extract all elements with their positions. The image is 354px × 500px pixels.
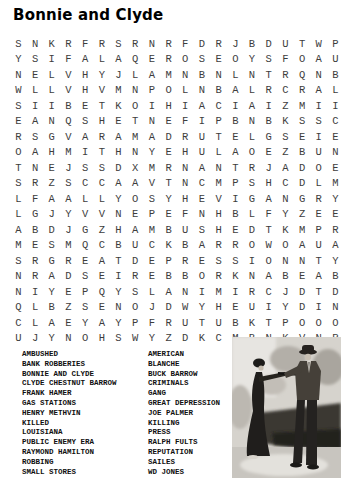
grid-cell[interactable]: E — [327, 207, 344, 223]
grid-cell[interactable]: Y — [43, 331, 60, 347]
grid-cell[interactable]: E — [227, 222, 244, 238]
grid-cell[interactable]: F — [177, 114, 194, 130]
grid-cell[interactable]: H — [210, 222, 227, 238]
grid-cell[interactable]: N — [10, 67, 27, 83]
grid-cell[interactable]: G — [77, 222, 94, 238]
grid-cell[interactable]: D — [110, 160, 127, 176]
grid-cell[interactable]: R — [160, 52, 177, 68]
grid-cell[interactable]: A — [160, 284, 177, 300]
grid-cell[interactable]: S — [244, 176, 261, 192]
grid-cell[interactable]: B — [110, 238, 127, 254]
grid-cell[interactable]: S — [110, 36, 127, 52]
grid-cell[interactable]: U — [177, 222, 194, 238]
grid-cell[interactable]: S — [10, 36, 27, 52]
grid-cell[interactable]: N — [10, 269, 27, 285]
grid-cell[interactable]: A — [194, 238, 211, 254]
grid-cell[interactable]: E — [227, 129, 244, 145]
grid-cell[interactable]: J — [43, 207, 60, 223]
grid-cell[interactable]: O — [127, 191, 144, 207]
grid-cell[interactable]: O — [177, 52, 194, 68]
grid-cell[interactable]: C — [277, 176, 294, 192]
grid-cell[interactable]: M — [160, 67, 177, 83]
grid-cell[interactable]: A — [227, 145, 244, 161]
grid-cell[interactable]: T — [10, 160, 27, 176]
grid-cell[interactable]: M — [60, 145, 77, 161]
grid-cell[interactable]: A — [227, 83, 244, 99]
grid-cell[interactable]: R — [210, 36, 227, 52]
grid-cell[interactable]: M — [144, 160, 161, 176]
grid-cell[interactable]: D — [327, 284, 344, 300]
grid-cell[interactable]: S — [260, 52, 277, 68]
grid-cell[interactable]: E — [60, 315, 77, 331]
grid-cell[interactable]: P — [144, 83, 161, 99]
grid-cell[interactable]: B — [194, 67, 211, 83]
grid-cell[interactable]: A — [277, 160, 294, 176]
grid-cell[interactable]: R — [160, 160, 177, 176]
grid-cell[interactable]: N — [327, 300, 344, 316]
grid-cell[interactable]: J — [227, 36, 244, 52]
grid-cell[interactable]: N — [244, 114, 261, 130]
grid-cell[interactable]: R — [244, 284, 261, 300]
grid-cell[interactable]: N — [177, 176, 194, 192]
grid-cell[interactable]: S — [27, 52, 44, 68]
grid-cell[interactable]: G — [43, 129, 60, 145]
grid-cell[interactable]: Q — [127, 52, 144, 68]
grid-cell[interactable]: F — [60, 52, 77, 68]
grid-cell[interactable]: R — [10, 129, 27, 145]
grid-cell[interactable]: R — [177, 253, 194, 269]
grid-cell[interactable]: O — [244, 238, 261, 254]
grid-cell[interactable]: R — [160, 315, 177, 331]
grid-cell[interactable]: C — [144, 238, 161, 254]
grid-cell[interactable]: Y — [77, 315, 94, 331]
grid-cell[interactable]: R — [327, 222, 344, 238]
grid-cell[interactable]: K — [277, 222, 294, 238]
grid-cell[interactable]: Z — [277, 145, 294, 161]
grid-cell[interactable]: V — [93, 83, 110, 99]
grid-cell[interactable]: Y — [110, 284, 127, 300]
grid-cell[interactable]: J — [277, 284, 294, 300]
grid-cell[interactable]: T — [294, 36, 311, 52]
grid-cell[interactable]: U — [210, 315, 227, 331]
grid-cell[interactable]: A — [294, 238, 311, 254]
grid-cell[interactable]: C — [93, 176, 110, 192]
grid-cell[interactable]: R — [244, 160, 261, 176]
grid-cell[interactable]: H — [210, 300, 227, 316]
grid-cell[interactable]: V — [60, 67, 77, 83]
grid-cell[interactable]: A — [310, 52, 327, 68]
grid-cell[interactable]: L — [244, 207, 261, 223]
grid-cell[interactable]: N — [177, 160, 194, 176]
grid-cell[interactable]: J — [60, 222, 77, 238]
grid-cell[interactable]: N — [110, 207, 127, 223]
grid-cell[interactable]: T — [93, 145, 110, 161]
grid-cell[interactable]: O — [127, 300, 144, 316]
grid-cell[interactable]: R — [210, 269, 227, 285]
grid-cell[interactable]: W — [260, 238, 277, 254]
grid-cell[interactable]: C — [260, 284, 277, 300]
grid-cell[interactable]: S — [210, 253, 227, 269]
grid-cell[interactable]: R — [160, 36, 177, 52]
grid-cell[interactable]: O — [260, 253, 277, 269]
grid-cell[interactable]: T — [260, 315, 277, 331]
grid-cell[interactable]: W — [10, 83, 27, 99]
grid-cell[interactable]: E — [210, 52, 227, 68]
grid-cell[interactable]: E — [144, 253, 161, 269]
grid-cell[interactable]: E — [77, 98, 94, 114]
grid-cell[interactable]: O — [10, 145, 27, 161]
grid-cell[interactable]: H — [260, 176, 277, 192]
grid-cell[interactable]: E — [60, 284, 77, 300]
grid-cell[interactable]: E — [194, 253, 211, 269]
grid-cell[interactable]: S — [194, 222, 211, 238]
grid-cell[interactable]: P — [310, 222, 327, 238]
grid-cell[interactable]: F — [77, 36, 94, 52]
grid-cell[interactable]: N — [110, 300, 127, 316]
grid-cell[interactable]: H — [77, 67, 94, 83]
grid-cell[interactable]: P — [160, 253, 177, 269]
grid-cell[interactable]: Y — [277, 207, 294, 223]
grid-cell[interactable]: N — [27, 160, 44, 176]
grid-cell[interactable]: P — [277, 315, 294, 331]
grid-cell[interactable]: O — [294, 315, 311, 331]
grid-cell[interactable]: C — [277, 83, 294, 99]
grid-cell[interactable]: D — [294, 284, 311, 300]
grid-cell[interactable]: W — [177, 300, 194, 316]
grid-cell[interactable]: E — [127, 207, 144, 223]
grid-cell[interactable]: K — [244, 315, 261, 331]
grid-cell[interactable]: U — [310, 145, 327, 161]
grid-cell[interactable]: O — [160, 83, 177, 99]
grid-cell[interactable]: T — [93, 98, 110, 114]
grid-cell[interactable]: C — [210, 331, 227, 347]
grid-cell[interactable]: A — [27, 145, 44, 161]
grid-cell[interactable]: O — [310, 160, 327, 176]
grid-cell[interactable]: S — [77, 160, 94, 176]
grid-cell[interactable]: B — [60, 98, 77, 114]
grid-cell[interactable]: A — [310, 269, 327, 285]
grid-cell[interactable]: A — [127, 222, 144, 238]
grid-cell[interactable]: E — [27, 238, 44, 254]
grid-cell[interactable]: S — [227, 253, 244, 269]
grid-cell[interactable]: Y — [144, 145, 161, 161]
grid-cell[interactable]: B — [227, 114, 244, 130]
grid-cell[interactable]: I — [227, 98, 244, 114]
grid-cell[interactable]: A — [77, 52, 94, 68]
grid-cell[interactable]: I — [310, 98, 327, 114]
grid-cell[interactable]: X — [127, 160, 144, 176]
grid-cell[interactable]: L — [127, 67, 144, 83]
grid-cell[interactable]: O — [227, 52, 244, 68]
grid-cell[interactable]: I — [77, 145, 94, 161]
grid-cell[interactable]: A — [110, 52, 127, 68]
grid-cell[interactable]: K — [160, 238, 177, 254]
grid-cell[interactable]: B — [160, 222, 177, 238]
grid-cell[interactable]: L — [244, 129, 261, 145]
grid-cell[interactable]: I — [194, 284, 211, 300]
grid-cell[interactable]: H — [177, 191, 194, 207]
grid-cell[interactable]: H — [110, 222, 127, 238]
grid-cell[interactable]: O — [77, 331, 94, 347]
grid-cell[interactable]: A — [43, 191, 60, 207]
grid-cell[interactable]: H — [160, 98, 177, 114]
grid-cell[interactable]: B — [177, 238, 194, 254]
grid-cell[interactable]: L — [327, 83, 344, 99]
grid-cell[interactable]: A — [260, 269, 277, 285]
grid-cell[interactable]: E — [10, 114, 27, 130]
grid-cell[interactable]: A — [194, 160, 211, 176]
grid-cell[interactable]: D — [244, 222, 261, 238]
grid-cell[interactable]: J — [144, 300, 161, 316]
grid-cell[interactable]: R — [93, 129, 110, 145]
grid-cell[interactable]: R — [60, 253, 77, 269]
grid-cell[interactable]: T — [127, 114, 144, 130]
grid-cell[interactable]: R — [227, 238, 244, 254]
grid-cell[interactable]: I — [327, 98, 344, 114]
grid-cell[interactable]: P — [227, 176, 244, 192]
grid-cell[interactable]: E — [43, 160, 60, 176]
grid-cell[interactable]: S — [10, 253, 27, 269]
grid-cell[interactable]: Y — [110, 191, 127, 207]
grid-cell[interactable]: N — [194, 83, 211, 99]
grid-cell[interactable]: N — [244, 67, 261, 83]
grid-cell[interactable]: A — [27, 114, 44, 130]
grid-cell[interactable]: H — [210, 207, 227, 223]
grid-cell[interactable]: C — [77, 176, 94, 192]
grid-cell[interactable]: Y — [327, 191, 344, 207]
grid-cell[interactable]: N — [144, 36, 161, 52]
grid-cell[interactable]: E — [160, 207, 177, 223]
grid-cell[interactable]: E — [144, 269, 161, 285]
grid-cell[interactable]: L — [27, 315, 44, 331]
grid-cell[interactable]: Z — [294, 207, 311, 223]
grid-cell[interactable]: K — [43, 36, 60, 52]
grid-cell[interactable]: B — [277, 269, 294, 285]
grid-cell[interactable]: O — [310, 315, 327, 331]
grid-cell[interactable]: N — [127, 83, 144, 99]
grid-cell[interactable]: E — [227, 300, 244, 316]
grid-cell[interactable]: W — [127, 331, 144, 347]
grid-cell[interactable]: E — [93, 300, 110, 316]
grid-cell[interactable]: N — [244, 269, 261, 285]
grid-cell[interactable]: C — [194, 176, 211, 192]
grid-cell[interactable]: B — [160, 269, 177, 285]
grid-cell[interactable]: B — [210, 83, 227, 99]
grid-cell[interactable]: I — [110, 269, 127, 285]
grid-cell[interactable]: M — [60, 238, 77, 254]
grid-cell[interactable]: R — [93, 36, 110, 52]
grid-cell[interactable]: K — [110, 98, 127, 114]
grid-cell[interactable]: R — [127, 36, 144, 52]
grid-cell[interactable]: F — [144, 315, 161, 331]
grid-cell[interactable]: P — [210, 114, 227, 130]
grid-cell[interactable]: R — [177, 129, 194, 145]
grid-cell[interactable]: B — [294, 145, 311, 161]
grid-cell[interactable]: M — [127, 129, 144, 145]
grid-cell[interactable]: U — [327, 52, 344, 68]
grid-cell[interactable]: E — [144, 52, 161, 68]
grid-cell[interactable]: L — [27, 300, 44, 316]
grid-cell[interactable]: Y — [194, 300, 211, 316]
grid-cell[interactable]: T — [210, 129, 227, 145]
grid-cell[interactable]: Y — [43, 284, 60, 300]
grid-cell[interactable]: R — [310, 191, 327, 207]
grid-cell[interactable]: Z — [60, 300, 77, 316]
grid-cell[interactable]: N — [144, 114, 161, 130]
grid-cell[interactable]: L — [77, 191, 94, 207]
grid-cell[interactable]: U — [177, 315, 194, 331]
grid-cell[interactable]: Q — [10, 300, 27, 316]
grid-cell[interactable]: N — [277, 191, 294, 207]
grid-cell[interactable]: A — [110, 129, 127, 145]
grid-cell[interactable]: H — [177, 145, 194, 161]
grid-cell[interactable]: R — [27, 176, 44, 192]
grid-cell[interactable]: B — [260, 114, 277, 130]
grid-cell[interactable]: M — [210, 284, 227, 300]
grid-cell[interactable]: U — [244, 300, 261, 316]
grid-cell[interactable]: P — [144, 207, 161, 223]
grid-cell[interactable]: Y — [277, 300, 294, 316]
grid-cell[interactable]: I — [260, 98, 277, 114]
grid-cell[interactable]: E — [110, 114, 127, 130]
grid-cell[interactable]: I — [43, 98, 60, 114]
grid-cell[interactable]: E — [327, 160, 344, 176]
grid-cell[interactable]: S — [310, 114, 327, 130]
grid-cell[interactable]: V — [77, 207, 94, 223]
grid-cell[interactable]: H — [43, 145, 60, 161]
grid-cell[interactable]: O — [244, 145, 261, 161]
grid-cell[interactable]: I — [310, 129, 327, 145]
grid-cell[interactable]: D — [160, 129, 177, 145]
grid-cell[interactable]: N — [327, 145, 344, 161]
grid-cell[interactable]: I — [260, 300, 277, 316]
grid-cell[interactable]: I — [27, 284, 44, 300]
grid-cell[interactable]: A — [327, 238, 344, 254]
grid-cell[interactable]: R — [260, 83, 277, 99]
grid-cell[interactable]: B — [327, 67, 344, 83]
grid-cell[interactable]: M — [10, 238, 27, 254]
grid-cell[interactable]: T — [160, 176, 177, 192]
grid-cell[interactable]: M — [210, 176, 227, 192]
grid-cell[interactable]: R — [210, 238, 227, 254]
grid-cell[interactable]: N — [194, 207, 211, 223]
grid-cell[interactable]: D — [160, 300, 177, 316]
grid-cell[interactable]: H — [110, 145, 127, 161]
grid-cell[interactable]: T — [260, 222, 277, 238]
grid-cell[interactable]: Q — [93, 284, 110, 300]
grid-cell[interactable]: S — [277, 129, 294, 145]
grid-cell[interactable]: E — [294, 269, 311, 285]
grid-cell[interactable]: V — [144, 176, 161, 192]
grid-cell[interactable]: L — [27, 83, 44, 99]
grid-cell[interactable]: A — [43, 315, 60, 331]
grid-cell[interactable]: S — [10, 98, 27, 114]
grid-cell[interactable]: S — [27, 129, 44, 145]
grid-cell[interactable]: Y — [10, 52, 27, 68]
grid-cell[interactable]: D — [43, 222, 60, 238]
grid-cell[interactable]: M — [144, 222, 161, 238]
grid-cell[interactable]: Y — [160, 191, 177, 207]
grid-cell[interactable]: L — [10, 207, 27, 223]
grid-cell[interactable]: N — [277, 253, 294, 269]
grid-cell[interactable]: G — [294, 191, 311, 207]
grid-cell[interactable]: O — [127, 98, 144, 114]
grid-cell[interactable]: Z — [160, 331, 177, 347]
grid-cell[interactable]: A — [77, 129, 94, 145]
grid-cell[interactable]: N — [127, 145, 144, 161]
grid-cell[interactable]: S — [43, 238, 60, 254]
grid-cell[interactable]: U — [194, 145, 211, 161]
grid-cell[interactable]: S — [144, 191, 161, 207]
grid-cell[interactable]: R — [277, 67, 294, 83]
grid-cell[interactable]: Y — [60, 207, 77, 223]
grid-cell[interactable]: L — [227, 67, 244, 83]
grid-cell[interactable]: A — [244, 98, 261, 114]
grid-cell[interactable]: A — [93, 315, 110, 331]
grid-cell[interactable]: J — [27, 331, 44, 347]
grid-cell[interactable]: I — [177, 98, 194, 114]
grid-cell[interactable]: D — [177, 331, 194, 347]
grid-cell[interactable]: N — [10, 284, 27, 300]
grid-cell[interactable]: K — [277, 114, 294, 130]
grid-cell[interactable]: M — [294, 222, 311, 238]
grid-cell[interactable]: U — [127, 238, 144, 254]
grid-cell[interactable]: F — [177, 207, 194, 223]
grid-cell[interactable]: L — [177, 83, 194, 99]
grid-cell[interactable]: N — [43, 114, 60, 130]
grid-cell[interactable]: D — [294, 300, 311, 316]
grid-cell[interactable]: L — [244, 83, 261, 99]
grid-cell[interactable]: S — [77, 114, 94, 130]
grid-cell[interactable]: G — [244, 191, 261, 207]
grid-cell[interactable]: N — [177, 284, 194, 300]
grid-cell[interactable]: E — [160, 114, 177, 130]
grid-cell[interactable]: D — [294, 176, 311, 192]
grid-cell[interactable]: E — [260, 145, 277, 161]
grid-cell[interactable]: C — [210, 98, 227, 114]
grid-cell[interactable]: S — [77, 300, 94, 316]
grid-cell[interactable]: M — [294, 98, 311, 114]
grid-cell[interactable]: Y — [144, 331, 161, 347]
grid-cell[interactable]: G — [260, 129, 277, 145]
grid-cell[interactable]: O — [327, 315, 344, 331]
grid-cell[interactable]: F — [27, 191, 44, 207]
grid-cell[interactable]: Z — [277, 98, 294, 114]
grid-cell[interactable]: N — [210, 67, 227, 83]
grid-cell[interactable]: I — [194, 114, 211, 130]
grid-cell[interactable]: I — [43, 52, 60, 68]
grid-cell[interactable]: T — [110, 253, 127, 269]
grid-cell[interactable]: R — [27, 269, 44, 285]
grid-cell[interactable]: E — [194, 191, 211, 207]
grid-cell[interactable]: N — [27, 36, 44, 52]
grid-cell[interactable]: L — [43, 67, 60, 83]
grid-cell[interactable]: E — [27, 67, 44, 83]
grid-cell[interactable]: B — [227, 315, 244, 331]
grid-cell[interactable]: S — [77, 269, 94, 285]
grid-cell[interactable]: U — [277, 36, 294, 52]
grid-cell[interactable]: Q — [77, 238, 94, 254]
grid-cell[interactable]: R — [127, 269, 144, 285]
grid-cell[interactable]: S — [127, 284, 144, 300]
grid-cell[interactable]: L — [93, 52, 110, 68]
grid-cell[interactable]: A — [144, 67, 161, 83]
grid-cell[interactable]: E — [160, 145, 177, 161]
grid-cell[interactable]: O — [194, 269, 211, 285]
grid-cell[interactable]: D — [260, 36, 277, 52]
grid-cell[interactable]: Q — [60, 114, 77, 130]
grid-cell[interactable]: A — [10, 222, 27, 238]
